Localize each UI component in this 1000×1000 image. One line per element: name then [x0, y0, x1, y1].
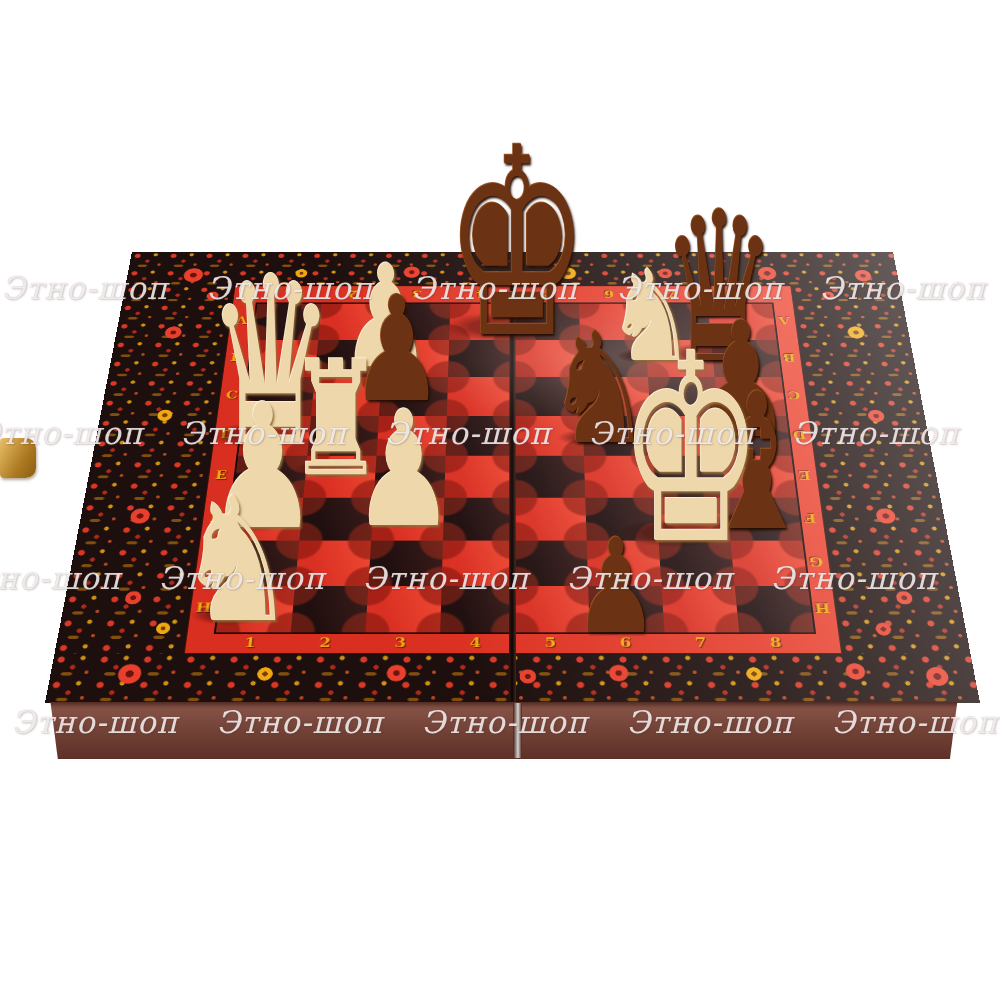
square-h2 [291, 586, 369, 633]
white-pawn-f3: ♟ [352, 390, 455, 550]
square-h4 [440, 586, 515, 633]
flower-ornament [515, 665, 541, 687]
white-knight-h1: ♞ [177, 475, 297, 647]
pawn-glyph: ♟ [352, 390, 455, 550]
pawn-glyph: ♟ [574, 522, 658, 653]
brass-latch [0, 438, 36, 478]
front-edge-fold-gap [513, 703, 522, 758]
square-h3 [365, 586, 441, 633]
square-d4 [446, 416, 515, 456]
knight-glyph: ♞ [177, 475, 297, 647]
flower-ornament [603, 660, 634, 685]
dark-pawn-h6: ♟ [574, 522, 658, 653]
board-front-edge [45, 702, 960, 759]
